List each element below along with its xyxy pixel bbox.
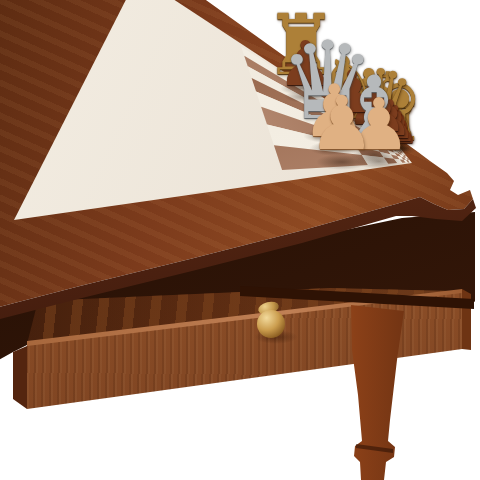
piece-shadow bbox=[353, 128, 392, 140]
piece-shadow bbox=[332, 117, 373, 129]
chess-pieces: ♜♞♝♚♛♝♞♜♟♟♟♟♟♟♟♟♛♝♟♟♟ bbox=[0, 0, 480, 480]
piece-brass-r-a8: ♜ bbox=[241, 3, 361, 89]
piece-shadow bbox=[316, 154, 368, 170]
chess-table-photo: ♜♞♝♚♛♝♞♜♟♟♟♟♟♟♟♟♛♝♟♟♟ bbox=[0, 0, 480, 480]
piece-shadow bbox=[284, 90, 327, 103]
